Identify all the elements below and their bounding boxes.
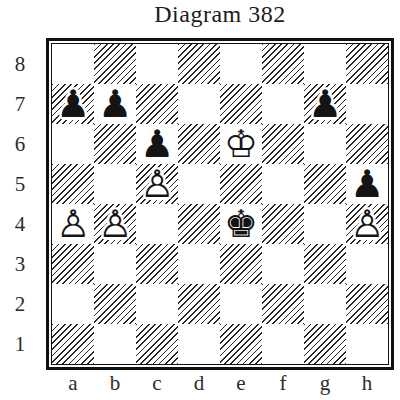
square-a8 [52,44,94,84]
square-d7 [178,84,220,124]
square-c3 [136,244,178,284]
square-b1 [94,324,136,364]
square-b8 [94,44,136,84]
square-a1 [52,324,94,364]
square-f3 [262,244,304,284]
piece-outline: ♔ [220,124,262,164]
file-label-d: d [178,371,220,396]
piece-outline: ♙ [94,204,136,244]
square-b4: ♟♙ [94,204,136,244]
square-h6 [346,124,388,164]
piece-black-pawn: ♟ [52,84,94,124]
piece-outline: ♙ [136,164,178,204]
square-c6: ♟ [136,124,178,164]
square-d6 [178,124,220,164]
square-g3 [304,244,346,284]
piece-black-pawn: ♟ [346,164,388,204]
square-g1 [304,324,346,364]
square-h3 [346,244,388,284]
square-f8 [262,44,304,84]
square-g5 [304,164,346,204]
piece-white-pawn: ♟♙ [94,204,136,244]
board-frame: ♟♟♟♟♚♔♟♙♟♟♙♟♙♚♟♙ [46,38,394,370]
square-a3 [52,244,94,284]
piece-black-king: ♚ [220,204,262,244]
rank-label-4: 4 [8,204,32,244]
square-f5 [262,164,304,204]
square-e3 [220,244,262,284]
square-h4: ♟♙ [346,204,388,244]
square-c5: ♟♙ [136,164,178,204]
file-label-g: g [304,371,346,396]
file-label-f: f [262,371,304,396]
square-g4 [304,204,346,244]
piece-black-pawn: ♟ [94,84,136,124]
chess-board: ♟♟♟♟♚♔♟♙♟♟♙♟♙♚♟♙ [52,44,388,364]
square-h8 [346,44,388,84]
square-f6 [262,124,304,164]
file-label-h: h [346,371,388,396]
square-e4: ♚ [220,204,262,244]
square-c2 [136,284,178,324]
page: Diagram 382 87654321 ♟♟♟♟♚♔♟♙♟♟♙♟♙♚♟♙ ab… [0,0,400,400]
square-d4 [178,204,220,244]
square-b3 [94,244,136,284]
square-h1 [346,324,388,364]
square-e1 [220,324,262,364]
piece-black-pawn: ♟ [304,84,346,124]
file-label-b: b [94,371,136,396]
square-c8 [136,44,178,84]
square-c1 [136,324,178,364]
square-b2 [94,284,136,324]
square-f1 [262,324,304,364]
square-e5 [220,164,262,204]
square-f4 [262,204,304,244]
square-f7 [262,84,304,124]
rank-label-3: 3 [8,244,32,284]
board-inner-border: ♟♟♟♟♚♔♟♙♟♟♙♟♙♚♟♙ [51,43,389,365]
rank-label-6: 6 [8,124,32,164]
diagram-title: Diagram 382 [46,1,394,28]
square-a5 [52,164,94,204]
piece-black-pawn: ♟ [136,124,178,164]
square-d8 [178,44,220,84]
square-b7: ♟ [94,84,136,124]
piece-outline: ♙ [52,204,94,244]
square-c7 [136,84,178,124]
rank-label-5: 5 [8,164,32,204]
square-h2 [346,284,388,324]
square-e7 [220,84,262,124]
file-label-c: c [136,371,178,396]
piece-outline: ♙ [346,204,388,244]
square-c4 [136,204,178,244]
square-g2 [304,284,346,324]
square-g6 [304,124,346,164]
square-a4: ♟♙ [52,204,94,244]
rank-label-1: 1 [8,324,32,364]
piece-white-pawn: ♟♙ [136,164,178,204]
square-h5: ♟ [346,164,388,204]
square-a6 [52,124,94,164]
square-g8 [304,44,346,84]
square-a7: ♟ [52,84,94,124]
rank-label-8: 8 [8,44,32,84]
rank-label-2: 2 [8,284,32,324]
square-b5 [94,164,136,204]
square-e6: ♚♔ [220,124,262,164]
square-e8 [220,44,262,84]
square-a2 [52,284,94,324]
square-d2 [178,284,220,324]
square-e2 [220,284,262,324]
rank-label-7: 7 [8,84,32,124]
square-h7 [346,84,388,124]
square-d3 [178,244,220,284]
square-d5 [178,164,220,204]
file-labels: abcdefgh [52,371,388,396]
piece-white-pawn: ♟♙ [346,204,388,244]
square-f2 [262,284,304,324]
piece-white-pawn: ♟♙ [52,204,94,244]
file-label-e: e [220,371,262,396]
file-label-a: a [52,371,94,396]
square-b6 [94,124,136,164]
piece-white-king: ♚♔ [220,124,262,164]
square-d1 [178,324,220,364]
rank-labels: 87654321 [8,44,32,364]
square-g7: ♟ [304,84,346,124]
